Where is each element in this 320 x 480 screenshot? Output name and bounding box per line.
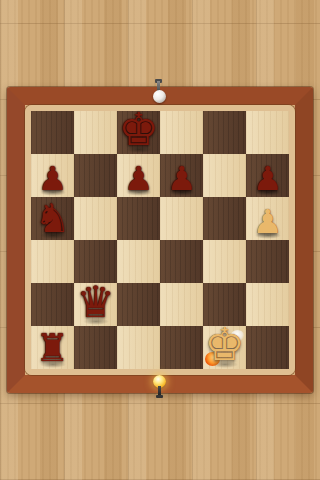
square-d2[interactable] — [160, 283, 203, 326]
square-c3[interactable] — [117, 240, 160, 283]
piece-white-pawn-f4[interactable]: ♟ — [246, 197, 289, 240]
red-pawn-glyph: ♟ — [253, 162, 283, 195]
square-b1[interactable] — [74, 326, 117, 369]
square-d6[interactable] — [160, 111, 203, 154]
red-rook-glyph: ♜ — [35, 329, 69, 367]
white-pawn-glyph: ♟ — [253, 205, 283, 238]
square-c4[interactable] — [117, 197, 160, 240]
white-king-glyph: ♚ — [204, 322, 244, 367]
red-knight-glyph: ♞ — [35, 198, 71, 238]
square-f6[interactable] — [246, 111, 289, 154]
square-b6[interactable] — [74, 111, 117, 154]
red-queen-glyph: ♛ — [76, 281, 115, 324]
piece-red-pawn-d5[interactable]: ♟ — [160, 154, 203, 197]
square-a6[interactable] — [31, 111, 74, 154]
red-pawn-glyph: ♟ — [167, 162, 197, 195]
piece-red-rook-a1[interactable]: ♜ — [31, 326, 74, 369]
square-a3[interactable] — [31, 240, 74, 283]
square-f2[interactable] — [246, 283, 289, 326]
square-a2[interactable] — [31, 283, 74, 326]
square-c1[interactable] — [117, 326, 160, 369]
square-d4[interactable] — [160, 197, 203, 240]
square-e5[interactable] — [203, 154, 246, 197]
piece-red-pawn-c5[interactable]: ♟ — [117, 154, 160, 197]
red-pawn-glyph: ♟ — [38, 162, 68, 195]
piece-white-king-e1[interactable]: ♚ — [203, 326, 246, 369]
square-d1[interactable] — [160, 326, 203, 369]
square-d3[interactable] — [160, 240, 203, 283]
red-king-glyph: ♚ — [118, 107, 158, 152]
square-b5[interactable] — [74, 154, 117, 197]
square-f1[interactable] — [246, 326, 289, 369]
piece-red-knight-a4[interactable]: ♞ — [31, 197, 74, 240]
square-c2[interactable] — [117, 283, 160, 326]
piece-red-pawn-a5[interactable]: ♟ — [31, 154, 74, 197]
square-f3[interactable] — [246, 240, 289, 283]
pearl-pin-ball — [153, 90, 166, 103]
square-b4[interactable] — [74, 197, 117, 240]
red-pawn-glyph: ♟ — [124, 162, 154, 195]
piece-red-pawn-f5[interactable]: ♟ — [246, 154, 289, 197]
yellow-pin-cap — [156, 395, 163, 398]
square-e4[interactable] — [203, 197, 246, 240]
square-e3[interactable] — [203, 240, 246, 283]
piece-red-queen-b2[interactable]: ♛ — [74, 283, 117, 326]
square-e6[interactable] — [203, 111, 246, 154]
piece-red-king-c6[interactable]: ♚ — [117, 111, 160, 154]
